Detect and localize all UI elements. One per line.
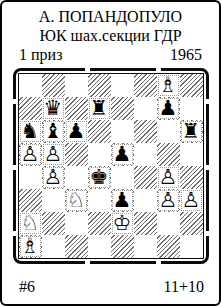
year-label: 1965 [170, 45, 202, 64]
piece-halo: ♚ [89, 167, 110, 188]
square-a4 [19, 166, 42, 189]
stipulation-label: #6 [19, 278, 35, 296]
square-f5 [134, 143, 157, 166]
square-a3 [19, 189, 42, 212]
square-h8 [180, 74, 203, 97]
piece-halo: ♙ [43, 167, 64, 188]
square-g1 [157, 235, 180, 258]
square-d6 [88, 120, 111, 143]
square-h5 [180, 143, 203, 166]
square-d1 [88, 235, 111, 258]
piece-halo: ♟ [112, 190, 133, 211]
piece-halo: ♙ [158, 190, 179, 211]
piece-halo: ♜ [89, 98, 110, 119]
award-line: 1 приз 1965 [2, 45, 219, 64]
square-f2 [134, 212, 157, 235]
square-d4: ♚ [88, 166, 111, 189]
piece-black-bishop-b6: ♝ [44, 122, 63, 141]
piece-halo: ♙ [43, 144, 64, 165]
square-b6: ♝ [42, 120, 65, 143]
author-name: А. ПОПАНДОПУЛО [2, 7, 219, 26]
piece-black-rook-h6: ♜ [182, 122, 201, 141]
square-d2 [88, 212, 111, 235]
square-b8 [42, 74, 65, 97]
piece-halo: ♜ [181, 121, 202, 142]
caption: #6 11+10 [2, 278, 219, 304]
square-a5: ♙ [19, 143, 42, 166]
square-g5 [157, 143, 180, 166]
square-f7 [134, 97, 157, 120]
frame-notch [206, 165, 209, 170]
frame-notch [85, 68, 90, 71]
board-wrap: ♗♛♜♟♞♝♟♜♙♙♟♙♚♙♘♟♙♙♘♔♗ [13, 68, 209, 264]
piece-halo: ♘ [20, 213, 41, 234]
piece-black-pawn-e3: ♟ [113, 191, 132, 210]
square-e5: ♟ [111, 143, 134, 166]
square-f3 [134, 189, 157, 212]
square-a6: ♞ [19, 120, 42, 143]
square-c2 [65, 212, 88, 235]
square-c6: ♟ [65, 120, 88, 143]
frame-notch [85, 261, 90, 264]
square-c1 [65, 235, 88, 258]
square-a7 [19, 97, 42, 120]
square-c4 [65, 166, 88, 189]
frame-notch [13, 165, 16, 170]
square-c7 [65, 97, 88, 120]
square-h3: ♙ [180, 189, 203, 212]
square-d3 [88, 189, 111, 212]
material-count-label: 11+10 [164, 278, 204, 296]
square-b5: ♙ [42, 143, 65, 166]
square-h2 [180, 212, 203, 235]
piece-halo: ♙ [158, 167, 179, 188]
square-h7 [180, 97, 203, 120]
piece-white-bishop-a1: ♗ [21, 237, 40, 256]
piece-black-rook-d7: ♜ [90, 99, 109, 118]
piece-white-pawn-b5: ♙ [44, 145, 63, 164]
award-label: 1 приз [19, 45, 62, 64]
piece-black-pawn-c6: ♟ [67, 122, 86, 141]
frame-notch [13, 231, 16, 236]
square-g4: ♙ [157, 166, 180, 189]
tourney-source: ЮК шах.секции ГДР [2, 26, 219, 45]
piece-halo: ♙ [181, 190, 202, 211]
square-d8 [88, 74, 111, 97]
square-g2 [157, 212, 180, 235]
square-c3: ♘ [65, 189, 88, 212]
piece-halo: ♗ [158, 75, 179, 96]
square-e6 [111, 120, 134, 143]
piece-halo: ♞ [20, 121, 41, 142]
piece-white-knight-a2: ♘ [21, 214, 40, 233]
square-e7 [111, 97, 134, 120]
square-h6: ♜ [180, 120, 203, 143]
piece-black-king-d4: ♚ [90, 168, 109, 187]
frame-notch [13, 99, 16, 104]
piece-halo: ♙ [20, 144, 41, 165]
square-e3: ♟ [111, 189, 134, 212]
chess-board: ♗♛♜♟♞♝♟♜♙♙♟♙♚♙♘♟♙♙♘♔♗ [18, 73, 204, 259]
square-g8: ♗ [157, 74, 180, 97]
piece-white-pawn-g4: ♙ [159, 168, 178, 187]
square-e2: ♔ [111, 212, 134, 235]
frame-notch [156, 261, 161, 264]
square-e8 [111, 74, 134, 97]
square-h1 [180, 235, 203, 258]
piece-white-pawn-b4: ♙ [44, 168, 63, 187]
piece-white-knight-c3: ♘ [67, 191, 86, 210]
square-g6 [157, 120, 180, 143]
header: А. ПОПАНДОПУЛО ЮК шах.секции ГДР 1 приз … [2, 2, 219, 64]
square-a2: ♘ [19, 212, 42, 235]
piece-black-pawn-g7: ♟ [159, 99, 178, 118]
board-frame: ♗♛♜♟♞♝♟♜♙♙♟♙♚♙♘♟♙♙♘♔♗ [13, 68, 209, 264]
square-f4 [134, 166, 157, 189]
square-g3: ♙ [157, 189, 180, 212]
piece-halo: ♟ [66, 121, 87, 142]
frame-notch [206, 99, 209, 104]
piece-white-bishop-g8: ♗ [159, 76, 178, 95]
square-f1 [134, 235, 157, 258]
piece-halo: ♟ [158, 98, 179, 119]
square-f8 [134, 74, 157, 97]
piece-halo: ♔ [112, 213, 133, 234]
piece-halo: ♗ [20, 236, 41, 257]
square-d5 [88, 143, 111, 166]
piece-halo: ♝ [43, 121, 64, 142]
piece-halo: ♟ [112, 144, 133, 165]
square-b2 [42, 212, 65, 235]
square-c8 [65, 74, 88, 97]
square-a8 [19, 74, 42, 97]
square-b7: ♛ [42, 97, 65, 120]
square-g7: ♟ [157, 97, 180, 120]
piece-white-king-e2: ♔ [113, 214, 132, 233]
piece-black-queen-b7: ♛ [44, 99, 63, 118]
square-b1 [42, 235, 65, 258]
piece-white-pawn-g3: ♙ [159, 191, 178, 210]
problem-card: А. ПОПАНДОПУЛО ЮК шах.секции ГДР 1 приз … [0, 0, 221, 306]
piece-white-pawn-h3: ♙ [182, 191, 201, 210]
square-h4 [180, 166, 203, 189]
piece-black-pawn-e5: ♟ [113, 145, 132, 164]
square-e1 [111, 235, 134, 258]
square-b3 [42, 189, 65, 212]
square-b4: ♙ [42, 166, 65, 189]
piece-black-knight-a6: ♞ [21, 122, 40, 141]
square-d7: ♜ [88, 97, 111, 120]
square-c5 [65, 143, 88, 166]
frame-notch [156, 68, 161, 71]
piece-white-pawn-a5: ♙ [21, 145, 40, 164]
square-e4 [111, 166, 134, 189]
piece-halo: ♛ [43, 98, 64, 119]
frame-notch [206, 231, 209, 236]
square-a1: ♗ [19, 235, 42, 258]
piece-halo: ♘ [66, 190, 87, 211]
square-f6 [134, 120, 157, 143]
